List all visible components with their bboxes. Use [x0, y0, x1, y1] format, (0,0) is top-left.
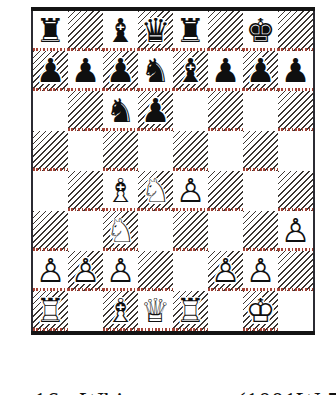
white-king-g1: ♚♔ [243, 291, 278, 331]
square-h3: ♟♙ [278, 211, 313, 251]
piece-glyph: ♕ [138, 291, 173, 331]
square-a5 [33, 131, 68, 171]
piece-glyph: ♗ [103, 291, 138, 331]
square-c1: ♝♗ [103, 291, 138, 331]
square-h5 [278, 131, 313, 171]
square-g7: ♟♟ [243, 51, 278, 91]
square-d2 [138, 251, 173, 291]
piece-glyph: ♙ [278, 211, 313, 251]
black-king-g8: ♚♚ [243, 11, 278, 51]
black-pawn-b7: ♟♟ [68, 51, 103, 91]
piece-glyph: ♟ [68, 51, 103, 91]
square-b4 [68, 171, 103, 211]
white-rook-a1: ♜♖ [33, 291, 68, 331]
square-d1: ♛♕ [138, 291, 173, 331]
square-e2 [173, 251, 208, 291]
black-pawn-d6: ♟♟ [138, 91, 173, 131]
piece-glyph: ♗ [103, 171, 138, 211]
piece-glyph: ♙ [243, 251, 278, 291]
square-f7: ♟♟ [208, 51, 243, 91]
white-rook-e1: ♜♖ [173, 291, 208, 331]
square-b6 [68, 91, 103, 131]
white-knight-c3: ♞♘ [103, 211, 138, 251]
white-queen-d1: ♛♕ [138, 291, 173, 331]
square-f2: ♟♙ [208, 251, 243, 291]
square-h7: ♟♟ [278, 51, 313, 91]
black-pawn-h7: ♟♟ [278, 51, 313, 91]
white-pawn-e4: ♟♙ [173, 171, 208, 211]
square-h2 [278, 251, 313, 291]
square-e8: ♜♜ [173, 11, 208, 51]
piece-glyph: ♘ [103, 211, 138, 251]
square-c4: ♝♗ [103, 171, 138, 211]
square-h6 [278, 91, 313, 131]
square-h8 [278, 11, 313, 51]
piece-glyph: ♞ [138, 51, 173, 91]
piece-glyph: ♙ [208, 251, 243, 291]
piece-glyph: ♟ [103, 51, 138, 91]
square-c7: ♟♟ [103, 51, 138, 91]
square-g6 [243, 91, 278, 131]
square-b1 [68, 291, 103, 331]
piece-glyph: ♟ [243, 51, 278, 91]
white-pawn-a2: ♟♙ [33, 251, 68, 291]
square-f4 [208, 171, 243, 211]
square-b5 [68, 131, 103, 171]
black-pawn-a7: ♟♟ [33, 51, 68, 91]
square-c2: ♟♙ [103, 251, 138, 291]
square-a4 [33, 171, 68, 211]
square-e4: ♟♙ [173, 171, 208, 211]
square-f5 [208, 131, 243, 171]
square-g3 [243, 211, 278, 251]
square-f6 [208, 91, 243, 131]
black-pawn-g7: ♟♟ [243, 51, 278, 91]
piece-glyph: ♝ [103, 11, 138, 51]
square-a6 [33, 91, 68, 131]
piece-glyph: ♟ [138, 91, 173, 131]
black-knight-c6: ♞♞ [103, 91, 138, 131]
chess-board: ♜♜♝♝♛♛♜♜♚♚♟♟♟♟♟♟♞♞♝♝♟♟♟♟♟♟♞♞♟♟♝♗♞♘♟♙♞♘♟♙… [31, 11, 315, 331]
square-b3 [68, 211, 103, 251]
black-knight-d7: ♞♞ [138, 51, 173, 91]
square-g8: ♚♚ [243, 11, 278, 51]
white-bishop-c1: ♝♗ [103, 291, 138, 331]
square-e7: ♝♝ [173, 51, 208, 91]
square-d3 [138, 211, 173, 251]
black-bishop-c8: ♝♝ [103, 11, 138, 51]
square-e1: ♜♖ [173, 291, 208, 331]
square-c5 [103, 131, 138, 171]
white-pawn-g2: ♟♙ [243, 251, 278, 291]
square-h4 [278, 171, 313, 211]
square-d5 [138, 131, 173, 171]
square-h1 [278, 291, 313, 331]
square-a7: ♟♟ [33, 51, 68, 91]
black-queen-d8: ♛♛ [138, 11, 173, 51]
caption-code: (1001W-797) [237, 388, 336, 395]
piece-glyph: ♛ [138, 11, 173, 51]
piece-glyph: ♖ [33, 291, 68, 331]
square-a8: ♜♜ [33, 11, 68, 51]
piece-glyph: ♘ [138, 171, 173, 211]
white-bishop-c4: ♝♗ [103, 171, 138, 211]
white-pawn-h3: ♟♙ [278, 211, 313, 251]
square-c8: ♝♝ [103, 11, 138, 51]
square-e6 [173, 91, 208, 131]
piece-glyph: ♙ [33, 251, 68, 291]
piece-glyph: ♜ [33, 11, 68, 51]
square-b2: ♟♙ [68, 251, 103, 291]
diagram-caption: 16.White to move (1001W-797) [8, 360, 336, 395]
square-d4: ♞♘ [138, 171, 173, 211]
square-g2: ♟♙ [243, 251, 278, 291]
piece-glyph: ♔ [243, 291, 278, 331]
white-pawn-b2: ♟♙ [68, 251, 103, 291]
black-pawn-c7: ♟♟ [103, 51, 138, 91]
piece-glyph: ♙ [103, 251, 138, 291]
square-e3 [173, 211, 208, 251]
square-d6: ♟♟ [138, 91, 173, 131]
caption-number: 16. [34, 388, 66, 395]
piece-glyph: ♟ [208, 51, 243, 91]
piece-glyph: ♝ [173, 51, 208, 91]
square-b8 [68, 11, 103, 51]
square-f8 [208, 11, 243, 51]
square-d8: ♛♛ [138, 11, 173, 51]
black-bishop-e7: ♝♝ [173, 51, 208, 91]
square-c6: ♞♞ [103, 91, 138, 131]
piece-glyph: ♙ [173, 171, 208, 211]
square-f3 [208, 211, 243, 251]
piece-glyph: ♜ [173, 11, 208, 51]
piece-glyph: ♟ [278, 51, 313, 91]
square-d7: ♞♞ [138, 51, 173, 91]
piece-glyph: ♟ [33, 51, 68, 91]
square-a2: ♟♙ [33, 251, 68, 291]
chess-board-frame: ♜♜♝♝♛♛♜♜♚♚♟♟♟♟♟♟♞♞♝♝♟♟♟♟♟♟♞♞♟♟♝♗♞♘♟♙♞♘♟♙… [31, 7, 315, 335]
white-pawn-c2: ♟♙ [103, 251, 138, 291]
square-f1 [208, 291, 243, 331]
piece-glyph: ♚ [243, 11, 278, 51]
square-g4 [243, 171, 278, 211]
square-e5 [173, 131, 208, 171]
square-a3 [33, 211, 68, 251]
black-rook-e8: ♜♜ [173, 11, 208, 51]
square-a1: ♜♖ [33, 291, 68, 331]
white-pawn-f2: ♟♙ [208, 251, 243, 291]
square-b7: ♟♟ [68, 51, 103, 91]
piece-glyph: ♙ [68, 251, 103, 291]
square-g5 [243, 131, 278, 171]
caption-text: White to move (1001W-797) [80, 388, 336, 395]
square-c3: ♞♘ [103, 211, 138, 251]
piece-glyph: ♖ [173, 291, 208, 331]
piece-glyph: ♞ [103, 91, 138, 131]
chess-diagram-page: ♜♜♝♝♛♛♜♜♚♚♟♟♟♟♟♟♞♞♝♝♟♟♟♟♟♟♞♞♟♟♝♗♞♘♟♙♞♘♟♙… [0, 0, 336, 395]
white-knight-d4: ♞♘ [138, 171, 173, 211]
black-rook-a8: ♜♜ [33, 11, 68, 51]
black-pawn-f7: ♟♟ [208, 51, 243, 91]
square-g1: ♚♔ [243, 291, 278, 331]
